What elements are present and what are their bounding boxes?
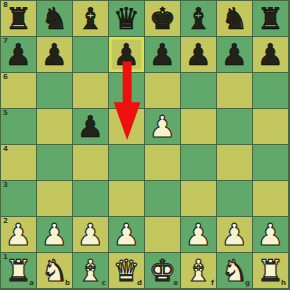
piece-black-pawn[interactable]: ♟ bbox=[149, 40, 176, 70]
piece-black-pawn[interactable]: ♟ bbox=[5, 40, 32, 70]
square-g6[interactable] bbox=[217, 73, 253, 109]
piece-white-king[interactable]: ♚ bbox=[149, 256, 176, 286]
square-e7[interactable]: ♟ bbox=[145, 37, 181, 73]
square-f4[interactable] bbox=[181, 145, 217, 181]
square-g1[interactable]: g♞ bbox=[217, 253, 253, 289]
piece-white-pawn[interactable]: ♟ bbox=[5, 220, 32, 250]
piece-white-pawn[interactable]: ♟ bbox=[41, 220, 68, 250]
square-b4[interactable] bbox=[37, 145, 73, 181]
square-h8[interactable]: ♜ bbox=[253, 1, 289, 37]
square-h4[interactable] bbox=[253, 145, 289, 181]
square-f5[interactable] bbox=[181, 109, 217, 145]
square-e2[interactable] bbox=[145, 217, 181, 253]
square-g4[interactable] bbox=[217, 145, 253, 181]
square-b1[interactable]: b♞ bbox=[37, 253, 73, 289]
piece-black-king[interactable]: ♚ bbox=[149, 4, 176, 34]
piece-black-bishop[interactable]: ♝ bbox=[77, 4, 104, 34]
piece-black-queen[interactable]: ♛ bbox=[113, 4, 140, 34]
square-f3[interactable] bbox=[181, 181, 217, 217]
square-a5[interactable]: 5 bbox=[1, 109, 37, 145]
piece-black-pawn[interactable]: ♟ bbox=[257, 40, 284, 70]
square-c8[interactable]: ♝ bbox=[73, 1, 109, 37]
square-b3[interactable] bbox=[37, 181, 73, 217]
square-a6[interactable]: 6 bbox=[1, 73, 37, 109]
square-b2[interactable]: ♟ bbox=[37, 217, 73, 253]
square-c7[interactable] bbox=[73, 37, 109, 73]
square-g5[interactable] bbox=[217, 109, 253, 145]
piece-black-rook[interactable]: ♜ bbox=[5, 4, 32, 34]
square-e3[interactable] bbox=[145, 181, 181, 217]
square-a2[interactable]: 2♟ bbox=[1, 217, 37, 253]
square-d7[interactable]: ♟ bbox=[109, 37, 145, 73]
piece-white-pawn[interactable]: ♟ bbox=[149, 112, 176, 142]
piece-black-rook[interactable]: ♜ bbox=[257, 4, 284, 34]
piece-white-knight[interactable]: ♞ bbox=[41, 256, 68, 286]
square-f8[interactable]: ♝ bbox=[181, 1, 217, 37]
square-e6[interactable] bbox=[145, 73, 181, 109]
piece-white-queen[interactable]: ♛ bbox=[113, 256, 140, 286]
piece-black-knight[interactable]: ♞ bbox=[221, 4, 248, 34]
piece-black-knight[interactable]: ♞ bbox=[41, 4, 68, 34]
square-a4[interactable]: 4 bbox=[1, 145, 37, 181]
square-f7[interactable]: ♟ bbox=[181, 37, 217, 73]
piece-black-pawn[interactable]: ♟ bbox=[41, 40, 68, 70]
piece-black-pawn[interactable]: ♟ bbox=[185, 40, 212, 70]
chess-board-wrap: 8♜♞♝♛♚♝♞♜7♟♟♟♟♟♟♟65♟♟432♟♟♟♟♟♟♟1a♜b♞c♝d♛… bbox=[0, 0, 290, 290]
piece-white-bishop[interactable]: ♝ bbox=[77, 256, 104, 286]
square-e1[interactable]: e♚ bbox=[145, 253, 181, 289]
square-b5[interactable] bbox=[37, 109, 73, 145]
square-c5[interactable]: ♟ bbox=[73, 109, 109, 145]
square-d8[interactable]: ♛ bbox=[109, 1, 145, 37]
piece-black-pawn[interactable]: ♟ bbox=[221, 40, 248, 70]
square-d5[interactable] bbox=[109, 109, 145, 145]
piece-black-pawn[interactable]: ♟ bbox=[77, 112, 104, 142]
piece-white-rook[interactable]: ♜ bbox=[257, 256, 284, 286]
square-a7[interactable]: 7♟ bbox=[1, 37, 37, 73]
piece-white-knight[interactable]: ♞ bbox=[221, 256, 248, 286]
square-g3[interactable] bbox=[217, 181, 253, 217]
rank-label-4: 4 bbox=[3, 146, 8, 153]
piece-white-pawn[interactable]: ♟ bbox=[113, 220, 140, 250]
piece-white-bishop[interactable]: ♝ bbox=[185, 256, 212, 286]
square-e8[interactable]: ♚ bbox=[145, 1, 181, 37]
square-f2[interactable]: ♟ bbox=[181, 217, 217, 253]
square-h6[interactable] bbox=[253, 73, 289, 109]
square-c3[interactable] bbox=[73, 181, 109, 217]
square-d1[interactable]: d♛ bbox=[109, 253, 145, 289]
piece-white-rook[interactable]: ♜ bbox=[5, 256, 32, 286]
square-c6[interactable] bbox=[73, 73, 109, 109]
square-d2[interactable]: ♟ bbox=[109, 217, 145, 253]
square-d4[interactable] bbox=[109, 145, 145, 181]
square-e4[interactable] bbox=[145, 145, 181, 181]
square-d3[interactable] bbox=[109, 181, 145, 217]
square-f6[interactable] bbox=[181, 73, 217, 109]
piece-white-pawn[interactable]: ♟ bbox=[221, 220, 248, 250]
piece-black-pawn[interactable]: ♟ bbox=[113, 40, 140, 70]
square-b8[interactable]: ♞ bbox=[37, 1, 73, 37]
chess-board: 8♜♞♝♛♚♝♞♜7♟♟♟♟♟♟♟65♟♟432♟♟♟♟♟♟♟1a♜b♞c♝d♛… bbox=[1, 1, 289, 289]
rank-label-3: 3 bbox=[3, 182, 8, 189]
square-f1[interactable]: f♝ bbox=[181, 253, 217, 289]
square-c2[interactable]: ♟ bbox=[73, 217, 109, 253]
piece-black-bishop[interactable]: ♝ bbox=[185, 4, 212, 34]
square-c1[interactable]: c♝ bbox=[73, 253, 109, 289]
square-h2[interactable]: ♟ bbox=[253, 217, 289, 253]
piece-white-pawn[interactable]: ♟ bbox=[185, 220, 212, 250]
square-h7[interactable]: ♟ bbox=[253, 37, 289, 73]
square-g7[interactable]: ♟ bbox=[217, 37, 253, 73]
square-h1[interactable]: h♜ bbox=[253, 253, 289, 289]
square-b6[interactable] bbox=[37, 73, 73, 109]
square-a8[interactable]: 8♜ bbox=[1, 1, 37, 37]
piece-white-pawn[interactable]: ♟ bbox=[77, 220, 104, 250]
square-b7[interactable]: ♟ bbox=[37, 37, 73, 73]
square-a3[interactable]: 3 bbox=[1, 181, 37, 217]
square-g8[interactable]: ♞ bbox=[217, 1, 253, 37]
square-e5[interactable]: ♟ bbox=[145, 109, 181, 145]
square-g2[interactable]: ♟ bbox=[217, 217, 253, 253]
square-h5[interactable] bbox=[253, 109, 289, 145]
piece-white-pawn[interactable]: ♟ bbox=[257, 220, 284, 250]
rank-label-5: 5 bbox=[3, 110, 8, 117]
square-d6[interactable] bbox=[109, 73, 145, 109]
rank-label-6: 6 bbox=[3, 74, 8, 81]
square-a1[interactable]: 1a♜ bbox=[1, 253, 37, 289]
square-h3[interactable] bbox=[253, 181, 289, 217]
square-c4[interactable] bbox=[73, 145, 109, 181]
